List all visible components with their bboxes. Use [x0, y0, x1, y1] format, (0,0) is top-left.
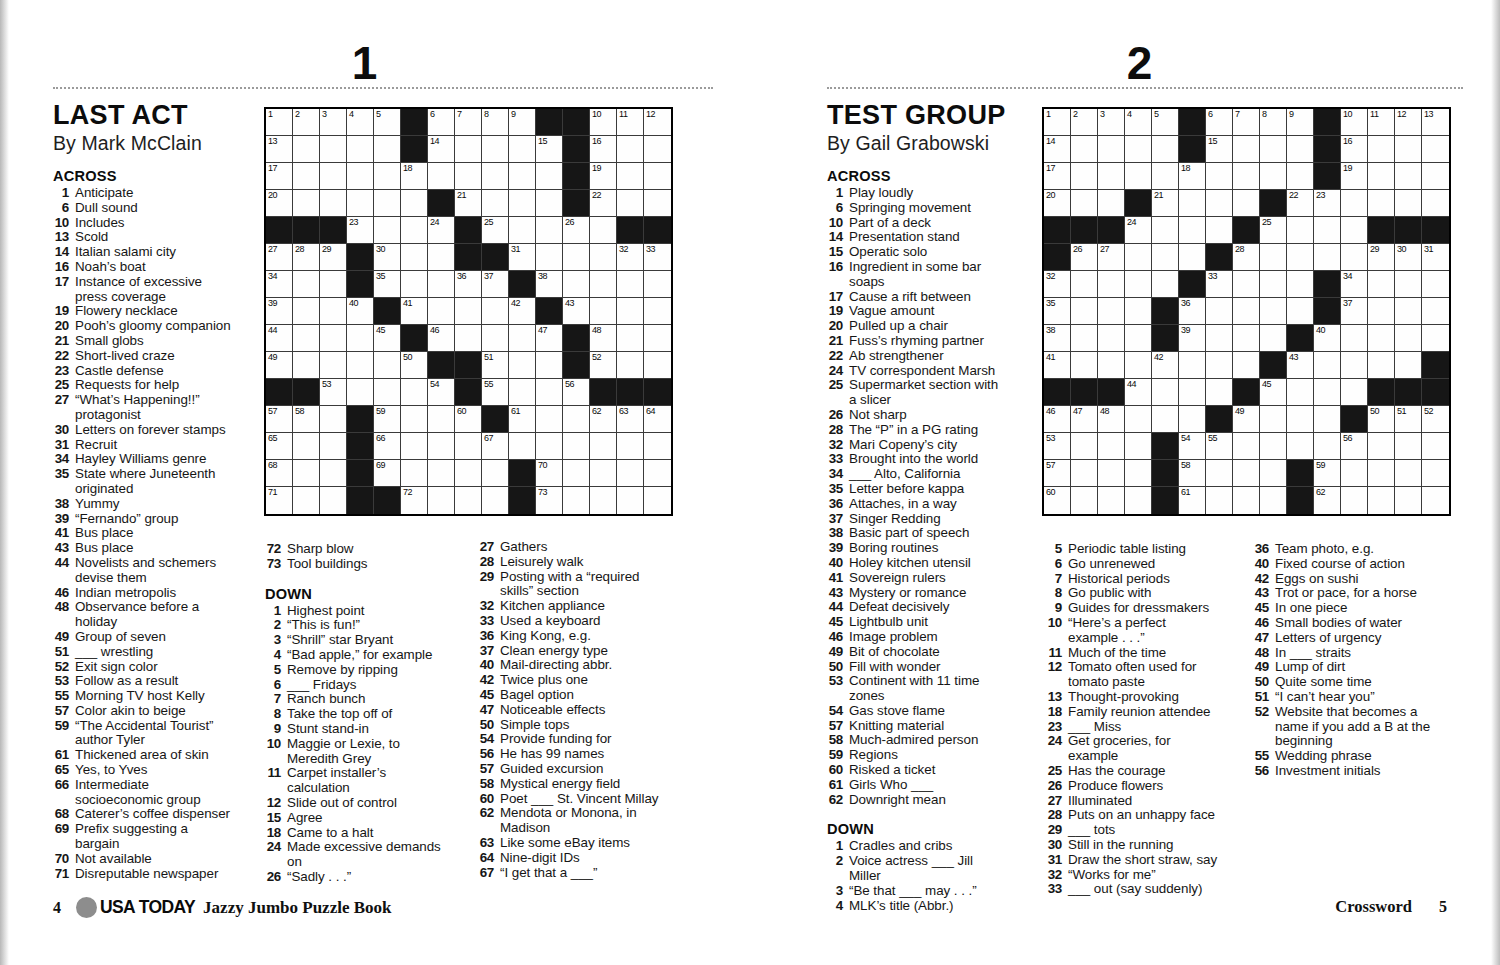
cell-number: 62 — [1316, 488, 1325, 497]
white-square — [1260, 325, 1287, 352]
puzzle-2-page-number: 2 — [1113, 40, 1165, 86]
white-square: 45 — [374, 325, 401, 352]
clue-row: 1Cradles and cribs — [827, 839, 1019, 854]
white-square: 57 — [1044, 460, 1071, 487]
white-square: 39 — [1179, 325, 1206, 352]
white-square — [1422, 271, 1449, 298]
clue-number: 11 — [265, 766, 287, 796]
clue-text: Kitchen appliance — [500, 599, 662, 614]
white-square — [1098, 325, 1125, 352]
white-square — [428, 298, 455, 325]
cell-number: 66 — [376, 434, 385, 443]
white-square — [644, 136, 671, 163]
clue-row: 67“I get that a ___” — [478, 866, 674, 881]
white-square — [1125, 298, 1152, 325]
clue-row: 13Thought-provoking — [1046, 690, 1232, 705]
clue-number: 45 — [1253, 601, 1275, 616]
white-square — [320, 163, 347, 190]
white-square: 70 — [536, 460, 563, 487]
black-square — [1179, 136, 1206, 163]
clue-row: 34Hayley Williams genre — [53, 452, 245, 467]
clue-row: 24TV correspondent Marsh — [827, 364, 1019, 379]
clue-row: 43Bus place — [53, 541, 245, 556]
cell-number: 47 — [538, 326, 547, 335]
clue-text: Basic part of speech — [849, 526, 1007, 541]
clue-number: 44 — [53, 556, 75, 586]
clue-row: 23___ Miss — [1046, 720, 1232, 735]
cell-number: 35 — [376, 272, 385, 281]
clue-number: 16 — [53, 260, 75, 275]
clue-text: Illuminated — [1068, 794, 1218, 809]
clue-number: 8 — [1046, 586, 1068, 601]
clue-number: 26 — [1046, 779, 1068, 794]
white-square — [401, 460, 428, 487]
white-square — [320, 433, 347, 460]
white-square — [1206, 379, 1233, 406]
clue-text: Letters of urgency — [1275, 631, 1439, 646]
clue-number: 34 — [827, 467, 849, 482]
clue-number: 30 — [1046, 838, 1068, 853]
white-square: 58 — [1179, 460, 1206, 487]
white-square: 13 — [1422, 109, 1449, 136]
white-square: 2 — [293, 109, 320, 136]
clue-row: 32Mari Copeny’s city — [827, 438, 1019, 453]
clue-number: 18 — [1046, 705, 1068, 720]
white-square — [455, 136, 482, 163]
clue-row: 27Illuminated — [1046, 794, 1232, 809]
white-square — [374, 379, 401, 406]
black-square — [1314, 136, 1341, 163]
white-square — [428, 406, 455, 433]
cell-number: 23 — [1316, 191, 1325, 200]
clue-row: 40Mail-directing abbr. — [478, 658, 674, 673]
clue-number: 17 — [827, 290, 849, 305]
clue-number: 59 — [53, 719, 75, 749]
clue-text: Slide out of control — [287, 796, 442, 811]
clue-row: 33Brought into the world — [827, 452, 1019, 467]
clue-number: 29 — [478, 570, 500, 600]
black-square — [428, 352, 455, 379]
clue-number: 67 — [478, 866, 500, 881]
white-square — [590, 487, 617, 514]
cell-number: 54 — [430, 380, 439, 389]
black-square — [347, 244, 374, 271]
clue-row: 69Prefix suggesting a bargain — [53, 822, 245, 852]
white-square — [1152, 163, 1179, 190]
white-square: 64 — [644, 406, 671, 433]
clue-text: Follow as a result — [75, 674, 233, 689]
cell-number: 40 — [1316, 326, 1325, 335]
white-square — [1071, 298, 1098, 325]
white-square: 1 — [1044, 109, 1071, 136]
white-square — [482, 136, 509, 163]
white-square — [1341, 325, 1368, 352]
puzzle-2-byline: By Gail Grabowski — [827, 132, 989, 155]
clue-row: 32“Works for me” — [1046, 868, 1232, 883]
clue-row: 49Lump of dirt — [1253, 660, 1453, 675]
clue-row: 59“The Accidental Tourist” author Tyler — [53, 719, 245, 749]
cell-number: 9 — [1289, 110, 1294, 119]
white-square: 18 — [401, 163, 428, 190]
clue-number: 28 — [1046, 808, 1068, 823]
white-square — [293, 433, 320, 460]
cell-number: 60 — [1046, 488, 1055, 497]
white-square — [1368, 163, 1395, 190]
cell-number: 25 — [1262, 218, 1271, 227]
white-square — [590, 433, 617, 460]
white-square — [1071, 460, 1098, 487]
white-square — [401, 217, 428, 244]
black-square — [455, 379, 482, 406]
black-square — [1098, 379, 1125, 406]
clue-number: 24 — [1046, 734, 1068, 764]
clue-row: 60Poet ___ St. Vincent Millay — [478, 792, 674, 807]
clue-row: 1Highest point — [265, 604, 455, 619]
white-square — [1152, 217, 1179, 244]
white-square — [320, 136, 347, 163]
white-square — [536, 163, 563, 190]
white-square — [1422, 460, 1449, 487]
black-square — [1395, 217, 1422, 244]
white-square — [1098, 487, 1125, 514]
clue-row: 70Not available — [53, 852, 245, 867]
white-square: 63 — [617, 406, 644, 433]
left-footer: 4 USA TODAY Jazzy Jumbo Puzzle Book — [53, 897, 392, 918]
white-square — [1314, 379, 1341, 406]
white-square — [1233, 136, 1260, 163]
clue-text: Disreputable newspaper — [75, 867, 233, 882]
white-square — [1179, 352, 1206, 379]
black-square — [1422, 352, 1449, 379]
clue-text: Springing movement — [849, 201, 1007, 216]
white-square: 20 — [266, 190, 293, 217]
clue-text: Downright mean — [849, 793, 1007, 808]
clue-row: 37Clean energy type — [478, 644, 674, 659]
clue-text: Small bodies of water — [1275, 616, 1439, 631]
clue-number: 10 — [53, 216, 75, 231]
white-square — [536, 217, 563, 244]
cell-number: 62 — [592, 407, 601, 416]
white-square: 52 — [1422, 406, 1449, 433]
clue-text: Produce flowers — [1068, 779, 1218, 794]
cell-number: 53 — [1046, 434, 1055, 443]
clue-text: Wedding phrase — [1275, 749, 1439, 764]
clue-number: 34 — [53, 452, 75, 467]
white-square — [1098, 190, 1125, 217]
white-square — [1422, 433, 1449, 460]
clue-number: 41 — [827, 571, 849, 586]
white-square — [482, 325, 509, 352]
white-square: 62 — [590, 406, 617, 433]
white-square — [347, 352, 374, 379]
clue-number: 24 — [827, 364, 849, 379]
white-square: 42 — [1152, 352, 1179, 379]
clue-row: 50Fill with wonder — [827, 660, 1019, 675]
clue-text: He has 99 names — [500, 747, 662, 762]
clue-text: Recruit — [75, 438, 233, 453]
white-square — [428, 433, 455, 460]
clue-text: Noah’s boat — [75, 260, 233, 275]
clue-number: 26 — [265, 870, 287, 885]
clue-text: Mendota or Monona, in Madison — [500, 806, 662, 836]
white-square — [401, 406, 428, 433]
white-square — [1260, 163, 1287, 190]
white-square — [617, 487, 644, 514]
white-square — [374, 163, 401, 190]
cell-number: 55 — [1208, 434, 1217, 443]
white-square: 55 — [1206, 433, 1233, 460]
white-square: 7 — [455, 109, 482, 136]
black-square — [1314, 271, 1341, 298]
white-square — [1071, 271, 1098, 298]
clue-number: 69 — [53, 822, 75, 852]
white-square — [1287, 433, 1314, 460]
clue-text: Vague amount — [849, 304, 1007, 319]
clue-text: MLK’s title (Abbr.) — [849, 899, 1007, 914]
clue-row: 11Carpet installer’s calculation — [265, 766, 455, 796]
clue-row: 65Yes, to Yves — [53, 763, 245, 778]
white-square: 65 — [266, 433, 293, 460]
clue-number: 6 — [827, 201, 849, 216]
white-square — [1206, 460, 1233, 487]
cell-number: 46 — [1046, 407, 1055, 416]
white-square — [482, 460, 509, 487]
clue-row: 47Noticeable effects — [478, 703, 674, 718]
white-square: 54 — [1179, 433, 1206, 460]
black-square — [266, 217, 293, 244]
white-square: 26 — [1071, 244, 1098, 271]
clue-row: 19Vague amount — [827, 304, 1019, 319]
cell-number: 56 — [1343, 434, 1352, 443]
black-square — [1287, 325, 1314, 352]
cell-number: 36 — [457, 272, 466, 281]
clue-number: 58 — [478, 777, 500, 792]
cell-number: 1 — [1046, 110, 1051, 119]
cell-number: 14 — [1046, 137, 1055, 146]
white-square: 12 — [1395, 109, 1422, 136]
white-square: 17 — [266, 163, 293, 190]
white-square: 14 — [1044, 136, 1071, 163]
clue-row: 56He has 99 names — [478, 747, 674, 762]
clue-text: Indian metropolis — [75, 586, 233, 601]
clue-text: Prefix suggesting a bargain — [75, 822, 233, 852]
clue-number: 45 — [827, 615, 849, 630]
white-square — [401, 244, 428, 271]
black-square — [1233, 217, 1260, 244]
white-square — [617, 163, 644, 190]
clue-row: 19Flowery necklace — [53, 304, 245, 319]
white-square — [455, 298, 482, 325]
clue-row: 28Leisurely walk — [478, 555, 674, 570]
clue-text: Mari Copeny’s city — [849, 438, 1007, 453]
clue-row: 2Voice actress ___ Jill Miller — [827, 854, 1019, 884]
white-square — [1422, 136, 1449, 163]
cell-number: 22 — [592, 191, 601, 200]
white-square: 51 — [482, 352, 509, 379]
clue-text: Image problem — [849, 630, 1007, 645]
cell-number: 43 — [1289, 353, 1298, 362]
white-square — [1098, 433, 1125, 460]
white-square — [563, 487, 590, 514]
white-square: 31 — [509, 244, 536, 271]
clue-number: 58 — [827, 733, 849, 748]
clue-number: 57 — [478, 762, 500, 777]
clue-number: 9 — [1046, 601, 1068, 616]
clue-row: 10Includes — [53, 216, 245, 231]
cell-number: 42 — [1154, 353, 1163, 362]
clue-number: 38 — [827, 526, 849, 541]
clue-text: Trot or pace, for a horse — [1275, 586, 1439, 601]
black-square — [455, 244, 482, 271]
clue-number: 14 — [827, 230, 849, 245]
clue-text: Letter before kappa — [849, 482, 1007, 497]
cell-number: 7 — [1235, 110, 1240, 119]
cell-number: 42 — [511, 299, 520, 308]
black-square — [617, 217, 644, 244]
white-square — [1422, 298, 1449, 325]
black-square — [1152, 325, 1179, 352]
clue-number: 55 — [1253, 749, 1275, 764]
clue-text: Singer Redding — [849, 512, 1007, 527]
cell-number: 10 — [592, 110, 601, 119]
white-square: 33 — [1206, 271, 1233, 298]
white-square — [1314, 433, 1341, 460]
white-square — [320, 487, 347, 514]
white-square: 56 — [1341, 433, 1368, 460]
cell-number: 57 — [1046, 461, 1055, 470]
white-square — [617, 325, 644, 352]
white-square — [428, 487, 455, 514]
clue-row: 62Downright mean — [827, 793, 1019, 808]
clue-number: 1 — [827, 839, 849, 854]
white-square — [536, 379, 563, 406]
clue-number: 6 — [53, 201, 75, 216]
cell-number: 44 — [1127, 380, 1136, 389]
clue-number: 35 — [827, 482, 849, 497]
white-square — [293, 325, 320, 352]
clue-text: Tool buildings — [287, 557, 442, 572]
clue-number: 33 — [827, 452, 849, 467]
clue-number: 56 — [1253, 764, 1275, 779]
clue-row: 8Go public with — [1046, 586, 1232, 601]
white-square — [374, 136, 401, 163]
white-square — [644, 460, 671, 487]
white-square — [1341, 460, 1368, 487]
white-square — [509, 433, 536, 460]
clue-row: 73Tool buildings — [265, 557, 455, 572]
clue-text: Came to a halt — [287, 826, 442, 841]
clue-text: Short-lived craze — [75, 349, 233, 364]
clue-row: 52Exit sign color — [53, 660, 245, 675]
clue-number: 11 — [1046, 646, 1068, 661]
clue-number: 15 — [265, 811, 287, 826]
clue-row: 26Produce flowers — [1046, 779, 1232, 794]
clue-text: Flowery necklace — [75, 304, 233, 319]
white-square — [1287, 217, 1314, 244]
white-square — [1125, 406, 1152, 433]
cell-number: 61 — [511, 407, 520, 416]
clue-row: 61Girls Who ___ — [827, 778, 1019, 793]
clue-number: 46 — [53, 586, 75, 601]
clue-number: 1 — [53, 186, 75, 201]
clue-number: 32 — [478, 599, 500, 614]
white-square: 32 — [617, 244, 644, 271]
white-square: 41 — [1044, 352, 1071, 379]
clue-row: 63Like some eBay items — [478, 836, 674, 851]
clue-number: 22 — [827, 349, 849, 364]
white-square: 61 — [1179, 487, 1206, 514]
white-square — [320, 352, 347, 379]
white-square — [590, 244, 617, 271]
clue-text: “Be that ___ may . . .” — [849, 884, 1007, 899]
clue-text: Bus place — [75, 526, 233, 541]
white-square — [428, 163, 455, 190]
clue-number: 62 — [478, 806, 500, 836]
puzzle-1-right-column: 27Gathers28Leisurely walk29Posting with … — [478, 540, 674, 880]
white-square: 36 — [455, 271, 482, 298]
white-square — [1260, 406, 1287, 433]
clue-number: 2 — [827, 854, 849, 884]
cell-number: 50 — [1370, 407, 1379, 416]
clue-row: 3“Shrill” star Bryant — [265, 633, 455, 648]
clue-number: 21 — [53, 334, 75, 349]
clue-text: Twice plus one — [500, 673, 662, 688]
white-square — [455, 325, 482, 352]
cell-number: 38 — [1046, 326, 1055, 335]
cell-number: 24 — [430, 218, 439, 227]
white-square — [1233, 190, 1260, 217]
cell-number: 57 — [268, 407, 277, 416]
clue-text: Made excessive demands on — [287, 840, 442, 870]
clue-number: 37 — [478, 644, 500, 659]
cell-number: 11 — [619, 110, 628, 119]
cell-number: 37 — [1343, 299, 1352, 308]
clue-number: 62 — [827, 793, 849, 808]
clue-number: 43 — [1253, 586, 1275, 601]
cell-number: 72 — [403, 488, 412, 497]
cell-number: 16 — [592, 137, 601, 146]
white-square — [509, 136, 536, 163]
clue-text: Periodic table listing — [1068, 542, 1218, 557]
white-square: 28 — [293, 244, 320, 271]
white-square: 58 — [293, 406, 320, 433]
clue-row: 6___ Fridays — [265, 678, 455, 693]
black-square — [320, 217, 347, 244]
clue-text: Go public with — [1068, 586, 1218, 601]
clue-text: Fixed course of action — [1275, 557, 1439, 572]
white-square: 18 — [1179, 163, 1206, 190]
white-square — [644, 487, 671, 514]
clue-row: 20Pulled up a chair — [827, 319, 1019, 334]
clue-row: 15Agree — [265, 811, 455, 826]
clue-number: 68 — [53, 807, 75, 822]
clue-row: 53Follow as a result — [53, 674, 245, 689]
section-label: Crossword — [1335, 897, 1412, 917]
white-square: 71 — [266, 487, 293, 514]
clue-section-header: ACROSS — [53, 167, 245, 185]
cell-number: 50 — [403, 353, 412, 362]
white-square: 52 — [590, 352, 617, 379]
clue-text: Website that becomes a name if you add a… — [1275, 705, 1439, 749]
cell-number: 28 — [295, 245, 304, 254]
black-square — [1179, 271, 1206, 298]
clue-number: 21 — [827, 334, 849, 349]
white-square — [1395, 136, 1422, 163]
usa-today-wordmark: USA TODAY — [100, 897, 195, 918]
white-square — [590, 271, 617, 298]
clue-text: Not available — [75, 852, 233, 867]
clue-text: ___ Fridays — [287, 678, 442, 693]
